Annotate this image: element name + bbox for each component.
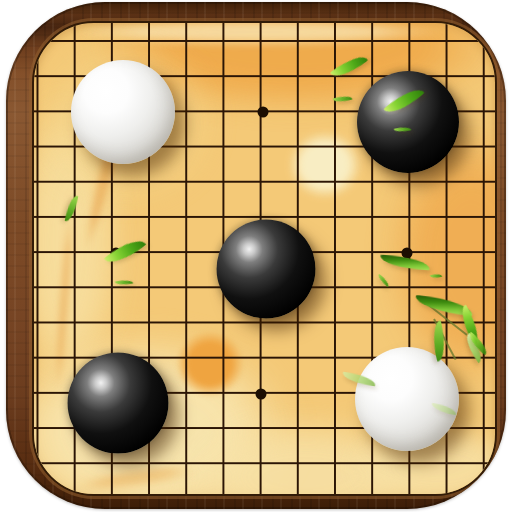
bamboo-leaf-icon	[64, 194, 78, 222]
bamboo-leaf-icon	[332, 94, 352, 105]
bamboo-leaf-icon	[330, 49, 368, 82]
bamboo-leaf-icon	[431, 403, 458, 415]
bamboo-leaf-icon	[430, 273, 443, 279]
bamboo-leaf-icon	[104, 232, 146, 270]
go-app-icon[interactable]	[6, 2, 506, 509]
bamboo-leaf-icon	[380, 254, 431, 270]
go-board	[32, 21, 497, 496]
bamboo-leaf-icon	[383, 82, 424, 120]
bamboo-leaf-icon	[115, 278, 134, 286]
bamboo-leaf-icon	[341, 372, 376, 387]
app-icon-screenshot	[0, 0, 512, 512]
bamboo-leaves-layer	[34, 23, 495, 494]
bamboo-leaf-icon	[393, 125, 411, 133]
bamboo-leaf-icon	[376, 273, 391, 286]
